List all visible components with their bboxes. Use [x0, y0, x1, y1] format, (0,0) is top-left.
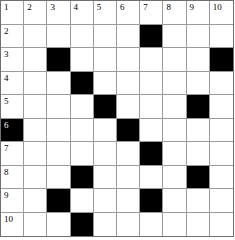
cell-r1c9[interactable]: 9	[187, 1, 210, 25]
cell-r9c1[interactable]: 9	[1, 189, 24, 213]
cell-r6c3[interactable]	[47, 119, 70, 143]
cell-r9c10[interactable]	[210, 189, 233, 213]
cell-r7c7[interactable]	[140, 142, 163, 166]
cell-r4c2[interactable]	[24, 72, 47, 96]
cell-r6c10[interactable]	[210, 119, 233, 143]
cell-r3c5[interactable]	[94, 48, 117, 72]
cell-r7c8[interactable]	[163, 142, 186, 166]
cell-r9c6[interactable]	[117, 189, 140, 213]
cell-r2c7[interactable]	[140, 25, 163, 49]
cell-r1c10[interactable]: 10	[210, 1, 233, 25]
cell-r7c4[interactable]	[71, 142, 94, 166]
cell-r6c5[interactable]	[94, 119, 117, 143]
cell-r4c4[interactable]	[71, 72, 94, 96]
row-label-6: 6	[4, 120, 9, 130]
cell-r4c1[interactable]: 4	[1, 72, 24, 96]
col-label-8: 8	[166, 2, 171, 12]
cell-r3c6[interactable]	[117, 48, 140, 72]
row-label-8: 8	[4, 167, 9, 177]
cell-r7c3[interactable]	[47, 142, 70, 166]
cell-r1c8[interactable]: 8	[163, 1, 186, 25]
cell-r7c6[interactable]	[117, 142, 140, 166]
cell-r10c2[interactable]	[24, 213, 47, 237]
cell-r8c9[interactable]	[187, 166, 210, 190]
cell-r7c1[interactable]: 7	[1, 142, 24, 166]
cell-r6c8[interactable]	[163, 119, 186, 143]
cell-r10c8[interactable]	[163, 213, 186, 237]
cell-r7c2[interactable]	[24, 142, 47, 166]
cell-r8c4[interactable]	[71, 166, 94, 190]
cell-r10c6[interactable]	[117, 213, 140, 237]
cell-r2c8[interactable]	[163, 25, 186, 49]
cell-r8c7[interactable]	[140, 166, 163, 190]
cell-r3c4[interactable]	[71, 48, 94, 72]
cell-r6c9[interactable]	[187, 119, 210, 143]
cell-r7c5[interactable]	[94, 142, 117, 166]
cell-r10c3[interactable]	[47, 213, 70, 237]
cell-r2c10[interactable]	[210, 25, 233, 49]
cell-r3c10[interactable]	[210, 48, 233, 72]
cell-r2c9[interactable]	[187, 25, 210, 49]
cell-r1c4[interactable]: 4	[71, 1, 94, 25]
cell-r5c5[interactable]	[94, 95, 117, 119]
cell-r6c2[interactable]	[24, 119, 47, 143]
col-label-2: 2	[27, 2, 32, 12]
col-label-5: 5	[97, 2, 102, 12]
row-label-4: 4	[4, 73, 9, 83]
cell-r5c10[interactable]	[210, 95, 233, 119]
col-label-7: 7	[143, 2, 148, 12]
row-label-7: 7	[4, 143, 9, 153]
cell-r6c4[interactable]	[71, 119, 94, 143]
cell-r10c10[interactable]	[210, 213, 233, 237]
cell-r8c5[interactable]	[94, 166, 117, 190]
cell-r8c6[interactable]	[117, 166, 140, 190]
cell-r9c8[interactable]	[163, 189, 186, 213]
cell-r9c9[interactable]	[187, 189, 210, 213]
cell-r8c1[interactable]: 8	[1, 166, 24, 190]
cell-r1c6[interactable]: 6	[117, 1, 140, 25]
cell-r3c3[interactable]	[47, 48, 70, 72]
cell-r4c8[interactable]	[163, 72, 186, 96]
col-label-6: 6	[120, 2, 125, 12]
col-label-9: 9	[190, 2, 195, 12]
cell-r4c6[interactable]	[117, 72, 140, 96]
cell-r6c1[interactable]: 6	[1, 119, 24, 143]
cell-r10c4[interactable]	[71, 213, 94, 237]
cell-r5c2[interactable]	[24, 95, 47, 119]
cell-r4c10[interactable]	[210, 72, 233, 96]
cell-r10c5[interactable]	[94, 213, 117, 237]
cell-r1c1[interactable]: 1	[1, 1, 24, 25]
cell-r10c9[interactable]	[187, 213, 210, 237]
cell-r4c5[interactable]	[94, 72, 117, 96]
col-label-3: 3	[50, 2, 55, 12]
cell-r2c4[interactable]	[71, 25, 94, 49]
cell-r8c10[interactable]	[210, 166, 233, 190]
cell-r6c6[interactable]	[117, 119, 140, 143]
cell-r9c4[interactable]	[71, 189, 94, 213]
cell-r3c1[interactable]: 3	[1, 48, 24, 72]
cell-r5c3[interactable]	[47, 95, 70, 119]
col-label-4: 4	[74, 2, 79, 12]
cell-r5c6[interactable]	[117, 95, 140, 119]
cell-r10c7[interactable]	[140, 213, 163, 237]
cell-r9c2[interactable]	[24, 189, 47, 213]
cell-r4c9[interactable]	[187, 72, 210, 96]
cell-r5c7[interactable]	[140, 95, 163, 119]
row-label-5: 5	[4, 96, 9, 106]
cell-r5c1[interactable]: 5	[1, 95, 24, 119]
col-label-10: 10	[213, 2, 222, 12]
row-label-9: 9	[4, 190, 9, 200]
cell-r1c7[interactable]: 7	[140, 1, 163, 25]
cell-r1c3[interactable]: 3	[47, 1, 70, 25]
puzzle-board: 123456789102345678910	[0, 0, 234, 237]
cell-r5c9[interactable]	[187, 95, 210, 119]
cell-r3c9[interactable]	[187, 48, 210, 72]
cell-r2c3[interactable]	[47, 25, 70, 49]
cell-r3c8[interactable]	[163, 48, 186, 72]
cell-r9c3[interactable]	[47, 189, 70, 213]
cell-r2c2[interactable]	[24, 25, 47, 49]
cell-r4c7[interactable]	[140, 72, 163, 96]
cell-r9c7[interactable]	[140, 189, 163, 213]
cell-r7c9[interactable]	[187, 142, 210, 166]
row-label-3: 3	[4, 49, 9, 59]
cell-r5c8[interactable]	[163, 95, 186, 119]
cell-r8c3[interactable]	[47, 166, 70, 190]
cell-r1c2[interactable]: 2	[24, 1, 47, 25]
cell-r3c2[interactable]	[24, 48, 47, 72]
cell-r9c5[interactable]	[94, 189, 117, 213]
cell-r4c3[interactable]	[47, 72, 70, 96]
cell-r8c2[interactable]	[24, 166, 47, 190]
cell-r10c1[interactable]: 10	[1, 213, 24, 237]
cell-r3c7[interactable]	[140, 48, 163, 72]
cell-r5c4[interactable]	[71, 95, 94, 119]
row-label-10: 10	[4, 214, 13, 224]
row-label-2: 2	[4, 26, 9, 36]
cell-r2c1[interactable]: 2	[1, 25, 24, 49]
cell-r2c5[interactable]	[94, 25, 117, 49]
cell-r2c6[interactable]	[117, 25, 140, 49]
cell-r8c8[interactable]	[163, 166, 186, 190]
col-label-1: 1	[4, 2, 9, 12]
cell-r7c10[interactable]	[210, 142, 233, 166]
cell-r1c5[interactable]: 5	[94, 1, 117, 25]
cell-r6c7[interactable]	[140, 119, 163, 143]
